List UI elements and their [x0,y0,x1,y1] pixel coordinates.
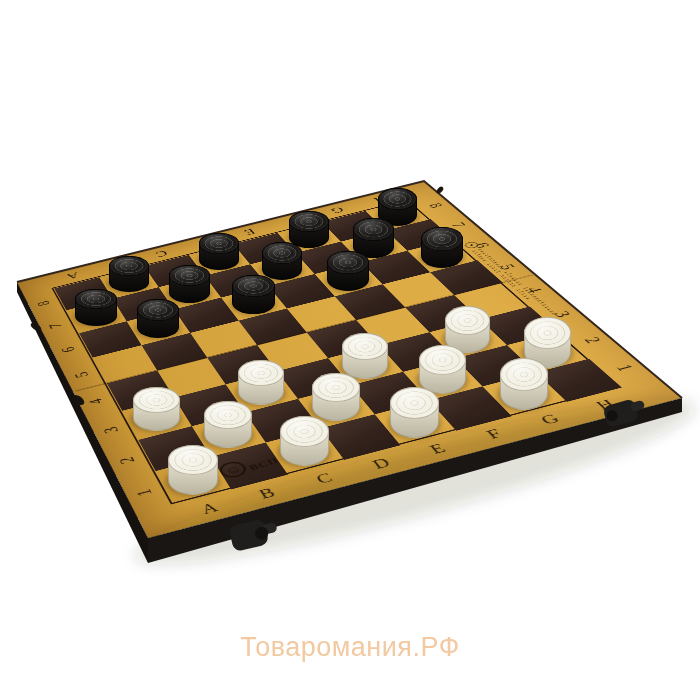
rank-label-left-8: 8 [17,292,69,316]
latch-left[interactable] [228,516,280,552]
rank-label-left-3: 3 [80,415,142,445]
checkers-board: AABBCCDDEEFFGGHH1122334455667788 ☺ ВСП ı… [17,181,682,538]
logo-text: ВСП [246,456,281,473]
rank-label-right-7: 7 [430,214,488,237]
rank-label-left-1: 1 [111,476,177,510]
rank-label-left-6: 6 [40,337,96,363]
product-photo-stage: AABBCCDDEEFFGGHH1122334455667788 ☺ ВСП ı… [0,0,700,700]
rank-label-left-7: 7 [29,314,83,339]
rank-label-left-4: 4 [66,387,126,416]
watermark-text: Товаромания.РФ [0,632,700,663]
rank-label-right-8: 8 [408,195,465,217]
rank-label-left-2: 2 [95,445,159,477]
